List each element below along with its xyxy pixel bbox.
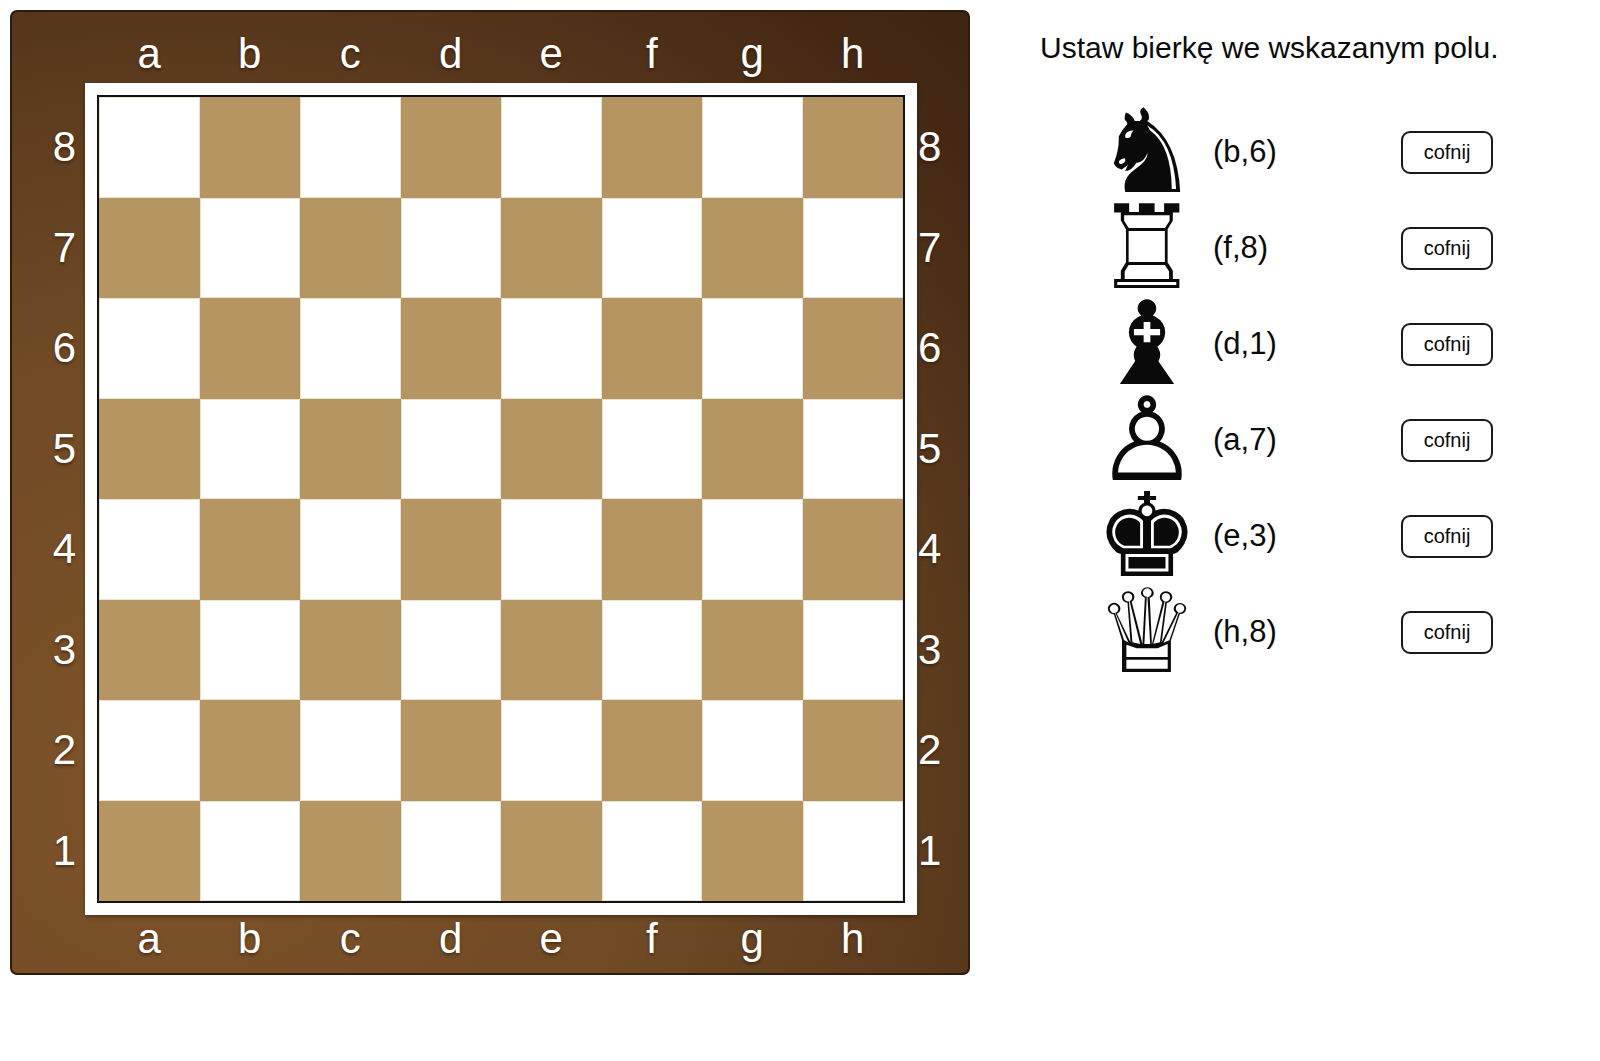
file-label-top-c: c [300, 18, 401, 80]
square-c4[interactable] [300, 499, 401, 600]
square-a1[interactable] [99, 801, 200, 902]
square-d7[interactable] [401, 198, 502, 299]
square-a6[interactable] [99, 298, 200, 399]
square-h5[interactable] [803, 399, 904, 500]
square-h4[interactable] [803, 499, 904, 600]
file-label-bottom-h: h [803, 915, 904, 973]
undo-button[interactable]: cofnij [1401, 515, 1493, 558]
square-h8[interactable] [803, 97, 904, 198]
rank-label-right-4: 4 [918, 499, 964, 600]
rank-label-right-8: 8 [918, 97, 964, 198]
rank-label-right-5: 5 [918, 399, 964, 500]
task-row: ♕ (h,8) cofnij [1095, 584, 1493, 680]
square-g1[interactable] [702, 801, 803, 902]
target-square-label: (a,7) [1213, 422, 1365, 458]
square-f3[interactable] [602, 600, 703, 701]
rank-label-right-6: 6 [918, 298, 964, 399]
file-label-bottom-e: e [501, 915, 602, 973]
square-d8[interactable] [401, 97, 502, 198]
square-b6[interactable] [200, 298, 301, 399]
file-label-top-g: g [702, 18, 803, 80]
square-c2[interactable] [300, 700, 401, 801]
board-grid-border [97, 95, 905, 903]
square-f1[interactable] [602, 801, 703, 902]
rank-label-right-3: 3 [918, 600, 964, 701]
square-d4[interactable] [401, 499, 502, 600]
file-label-bottom-a: a [99, 915, 200, 973]
file-label-top-h: h [803, 18, 904, 80]
file-labels-top: abcdefgh [99, 18, 903, 80]
board-inner-margin [85, 83, 917, 915]
square-d1[interactable] [401, 801, 502, 902]
square-g7[interactable] [702, 198, 803, 299]
rank-label-left-4: 4 [22, 499, 76, 600]
square-a2[interactable] [99, 700, 200, 801]
square-a8[interactable] [99, 97, 200, 198]
square-h2[interactable] [803, 700, 904, 801]
undo-button[interactable]: cofnij [1401, 419, 1493, 462]
square-f8[interactable] [602, 97, 703, 198]
file-label-top-d: d [401, 18, 502, 80]
file-label-top-f: f [602, 18, 703, 80]
square-b1[interactable] [200, 801, 301, 902]
file-label-bottom-f: f [602, 915, 703, 973]
square-d5[interactable] [401, 399, 502, 500]
square-e8[interactable] [501, 97, 602, 198]
square-d6[interactable] [401, 298, 502, 399]
square-b2[interactable] [200, 700, 301, 801]
file-label-bottom-b: b [200, 915, 301, 973]
target-square-label: (d,1) [1213, 326, 1365, 362]
square-g3[interactable] [702, 600, 803, 701]
square-b5[interactable] [200, 399, 301, 500]
undo-button[interactable]: cofnij [1401, 323, 1493, 366]
rank-label-left-6: 6 [22, 298, 76, 399]
file-label-bottom-g: g [702, 915, 803, 973]
file-label-top-b: b [200, 18, 301, 80]
square-f6[interactable] [602, 298, 703, 399]
square-g2[interactable] [702, 700, 803, 801]
square-b3[interactable] [200, 600, 301, 701]
file-labels-bottom: abcdefgh [99, 915, 903, 973]
rank-label-left-2: 2 [22, 700, 76, 801]
file-label-bottom-d: d [401, 915, 502, 973]
rank-label-left-7: 7 [22, 198, 76, 299]
square-e4[interactable] [501, 499, 602, 600]
undo-button[interactable]: cofnij [1401, 131, 1493, 174]
rank-labels-left: 87654321 [22, 97, 76, 901]
square-b4[interactable] [200, 499, 301, 600]
square-g6[interactable] [702, 298, 803, 399]
rank-label-left-3: 3 [22, 600, 76, 701]
square-e5[interactable] [501, 399, 602, 500]
square-h3[interactable] [803, 600, 904, 701]
rank-label-left-5: 5 [22, 399, 76, 500]
square-g4[interactable] [702, 499, 803, 600]
square-b8[interactable] [200, 97, 301, 198]
rank-label-right-7: 7 [918, 198, 964, 299]
undo-button[interactable]: cofnij [1401, 227, 1493, 270]
file-label-top-a: a [99, 18, 200, 80]
rank-label-left-1: 1 [22, 801, 76, 902]
file-label-top-e: e [501, 18, 602, 80]
square-e6[interactable] [501, 298, 602, 399]
square-c5[interactable] [300, 399, 401, 500]
target-square-label: (f,8) [1213, 230, 1365, 266]
page: abcdefgh 87654321 87654321 abcdefgh Usta… [0, 0, 1600, 1061]
square-h7[interactable] [803, 198, 904, 299]
rank-label-left-8: 8 [22, 97, 76, 198]
square-e3[interactable] [501, 600, 602, 701]
square-c8[interactable] [300, 97, 401, 198]
square-g8[interactable] [702, 97, 803, 198]
square-f4[interactable] [602, 499, 703, 600]
task-list: ♞ (b,6) cofnij ♖ (f,8) cofnij ♝ (d,1) co… [1095, 104, 1493, 680]
square-a7[interactable] [99, 198, 200, 299]
square-a4[interactable] [99, 499, 200, 600]
square-d2[interactable] [401, 700, 502, 801]
square-a3[interactable] [99, 600, 200, 701]
undo-button[interactable]: cofnij [1401, 611, 1493, 654]
square-e7[interactable] [501, 198, 602, 299]
rank-labels-right: 87654321 [918, 97, 964, 901]
instruction-title: Ustaw bierkę we wskazanym polu. [1040, 31, 1499, 65]
square-f7[interactable] [602, 198, 703, 299]
rank-label-right-2: 2 [918, 700, 964, 801]
square-c7[interactable] [300, 198, 401, 299]
square-a5[interactable] [99, 399, 200, 500]
square-g5[interactable] [702, 399, 803, 500]
square-c3[interactable] [300, 600, 401, 701]
target-square-label: (h,8) [1213, 614, 1365, 650]
square-e1[interactable] [501, 801, 602, 902]
square-h6[interactable] [803, 298, 904, 399]
square-c6[interactable] [300, 298, 401, 399]
square-f2[interactable] [602, 700, 703, 801]
target-square-label: (b,6) [1213, 134, 1365, 170]
square-c1[interactable] [300, 801, 401, 902]
square-h1[interactable] [803, 801, 904, 902]
white-queen-icon[interactable]: ♕ [1095, 584, 1195, 680]
target-square-label: (e,3) [1213, 518, 1365, 554]
square-b7[interactable] [200, 198, 301, 299]
square-d3[interactable] [401, 600, 502, 701]
square-f5[interactable] [602, 399, 703, 500]
board-grid [99, 97, 903, 901]
file-label-bottom-c: c [300, 915, 401, 973]
square-e2[interactable] [501, 700, 602, 801]
rank-label-right-1: 1 [918, 801, 964, 902]
